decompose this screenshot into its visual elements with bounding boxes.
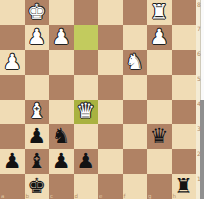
square-d6[interactable] [74, 50, 99, 75]
square-h2[interactable] [172, 149, 197, 174]
square-g5[interactable] [147, 75, 172, 100]
rank-coordinate-gutter: 87654321 [196, 0, 204, 199]
black-pawn[interactable]: ♟ [52, 151, 71, 172]
square-b4[interactable]: ♝ [25, 100, 50, 125]
square-d7[interactable] [74, 25, 99, 50]
square-f2[interactable] [123, 149, 148, 174]
square-d8[interactable] [74, 0, 99, 25]
square-e2[interactable] [98, 149, 123, 174]
black-pawn[interactable]: ♟ [27, 126, 46, 147]
square-a6[interactable]: ♟ [0, 50, 25, 75]
chess-board-window: ♚♜♟♟♟♟♞♝♛♟♞♛♟♝♟♟a♚bcdefg♜h 87654321 [0, 0, 204, 199]
square-c1[interactable]: c [49, 174, 74, 199]
white-bishop[interactable]: ♝ [27, 101, 46, 122]
square-a3[interactable] [0, 124, 25, 149]
chess-board: ♚♜♟♟♟♟♞♝♛♟♞♛♟♝♟♟a♚bcdefg♜h [0, 0, 196, 199]
square-c5[interactable] [49, 75, 74, 100]
square-e8[interactable] [98, 0, 123, 25]
square-f4[interactable] [123, 100, 148, 125]
rank-label-3: 3 [197, 126, 202, 132]
square-g4[interactable] [147, 100, 172, 125]
square-h4[interactable] [172, 100, 197, 125]
white-queen[interactable]: ♛ [76, 101, 95, 122]
square-e3[interactable] [98, 124, 123, 149]
square-e4[interactable] [98, 100, 123, 125]
square-f1[interactable]: f [123, 174, 148, 199]
square-b7[interactable]: ♟ [25, 25, 50, 50]
square-f5[interactable] [123, 75, 148, 100]
square-h6[interactable] [172, 50, 197, 75]
black-king[interactable]: ♚ [27, 176, 46, 197]
file-label-e: e [99, 194, 102, 200]
square-h8[interactable] [172, 0, 197, 25]
square-c7[interactable]: ♟ [49, 25, 74, 50]
rank-label-8: 8 [197, 2, 202, 8]
rank-label-6: 6 [197, 51, 202, 57]
square-g1[interactable]: g [147, 174, 172, 199]
square-h1[interactable]: ♜h [172, 174, 197, 199]
square-c3[interactable]: ♞ [49, 124, 74, 149]
square-h7[interactable] [172, 25, 197, 50]
square-e1[interactable]: e [98, 174, 123, 199]
square-c4[interactable] [49, 100, 74, 125]
white-pawn[interactable]: ♟ [52, 26, 71, 47]
square-b8[interactable]: ♚ [25, 0, 50, 25]
rank-label-7: 7 [197, 26, 202, 32]
rank-label-1: 1 [197, 176, 202, 182]
file-label-g: g [148, 194, 152, 200]
square-a5[interactable] [0, 75, 25, 100]
square-b6[interactable] [25, 50, 50, 75]
square-g3[interactable]: ♛ [147, 124, 172, 149]
square-f3[interactable] [123, 124, 148, 149]
square-b1[interactable]: ♚b [25, 174, 50, 199]
file-label-c: c [50, 194, 53, 200]
file-label-f: f [124, 194, 126, 200]
black-pawn[interactable]: ♟ [3, 151, 22, 172]
square-d4[interactable]: ♛ [74, 100, 99, 125]
square-g8[interactable]: ♜ [147, 0, 172, 25]
file-label-d: d [75, 194, 79, 200]
square-h5[interactable] [172, 75, 197, 100]
black-queen[interactable]: ♛ [150, 126, 169, 147]
white-pawn[interactable]: ♟ [150, 26, 169, 47]
square-b5[interactable] [25, 75, 50, 100]
square-g6[interactable] [147, 50, 172, 75]
square-c2[interactable]: ♟ [49, 149, 74, 174]
square-c6[interactable] [49, 50, 74, 75]
square-d1[interactable]: d [74, 174, 99, 199]
square-g2[interactable] [147, 149, 172, 174]
square-e7[interactable] [98, 25, 123, 50]
black-pawn[interactable]: ♟ [76, 151, 95, 172]
black-rook[interactable]: ♜ [174, 176, 193, 197]
square-g7[interactable]: ♟ [147, 25, 172, 50]
square-h3[interactable] [172, 124, 197, 149]
white-pawn[interactable]: ♟ [27, 26, 46, 47]
square-c8[interactable] [49, 0, 74, 25]
rank-label-2: 2 [197, 151, 202, 157]
square-d3[interactable] [74, 124, 99, 149]
square-f7[interactable] [123, 25, 148, 50]
square-d5[interactable] [74, 75, 99, 100]
square-e6[interactable] [98, 50, 123, 75]
square-a2[interactable]: ♟ [0, 149, 25, 174]
square-f8[interactable] [123, 0, 148, 25]
square-a8[interactable] [0, 0, 25, 25]
black-bishop[interactable]: ♝ [27, 151, 46, 172]
file-label-a: a [1, 194, 4, 200]
rank-label-5: 5 [197, 76, 202, 82]
square-d2[interactable]: ♟ [74, 149, 99, 174]
white-pawn[interactable]: ♟ [3, 51, 22, 72]
square-a1[interactable]: a [0, 174, 25, 199]
white-king[interactable]: ♚ [27, 1, 46, 22]
black-knight[interactable]: ♞ [52, 126, 71, 147]
rank-label-4: 4 [197, 101, 202, 107]
square-b3[interactable]: ♟ [25, 124, 50, 149]
white-knight[interactable]: ♞ [125, 51, 144, 72]
square-a7[interactable] [0, 25, 25, 50]
square-a4[interactable] [0, 100, 25, 125]
square-b2[interactable]: ♝ [25, 149, 50, 174]
square-f6[interactable]: ♞ [123, 50, 148, 75]
white-rook[interactable]: ♜ [150, 1, 169, 22]
square-e5[interactable] [98, 75, 123, 100]
